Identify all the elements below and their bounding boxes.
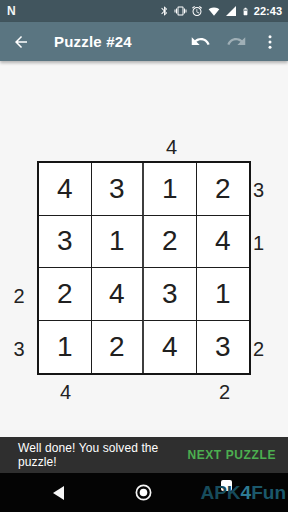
wifi-icon [207,6,221,17]
signal-icon [225,5,237,17]
grid-cell-r4c1[interactable]: 1 [39,321,92,374]
grid-cell-r2c4[interactable]: 4 [197,216,250,269]
clue-bottom-4: 2 [214,381,236,403]
clue-top-2 [108,136,130,158]
clue-left-1 [8,179,30,201]
grid-cell-r4c3[interactable]: 4 [144,321,197,374]
grid-cell-r3c3[interactable]: 3 [144,268,197,321]
puzzle-area: 4 2 3 3 1 2 4 2 4 3 1 2 3 1 2 4 2 4 3 1 [0,61,288,437]
status-bar: N 22:43 [0,0,288,22]
page-title: Puzzle #24 [54,33,132,50]
vibrate-icon [174,5,187,17]
clue-top-1 [55,136,77,158]
grid-cell-r4c2[interactable]: 2 [92,321,145,374]
snackbar: Well done! You solved the puzzle! NEXT P… [0,437,288,473]
clue-bottom-3 [161,381,183,403]
apk4fun-watermark: APK4Fun [200,482,286,504]
grid-cell-r4c4[interactable]: 3 [197,321,250,374]
clue-left-2 [8,232,30,254]
clue-top-3: 4 [161,136,183,158]
nav-back-icon[interactable] [53,486,64,500]
clue-bottom-1: 4 [55,381,77,403]
nav-recents-icon[interactable] [221,480,232,491]
navigation-bar: APK4Fun [0,473,288,512]
grid-cell-r3c1[interactable]: 2 [39,268,92,321]
next-puzzle-button[interactable]: NEXT PUZZLE [187,448,276,462]
grid-cell-r2c2[interactable]: 1 [92,216,145,269]
clue-bottom-2 [108,381,130,403]
grid-cell-r1c2[interactable]: 3 [92,163,145,216]
clue-top-4 [214,136,236,158]
clue-left-3: 2 [8,285,30,307]
clue-left-4: 3 [8,338,30,360]
grid-cell-r3c2[interactable]: 4 [92,268,145,321]
snackbar-message: Well done! You solved the puzzle! [18,441,187,469]
watermark-4: 4 [241,482,252,503]
skyscrapers-board: 4 3 1 2 3 1 2 4 2 4 3 1 1 2 4 3 [37,161,251,375]
watermark-fun: Fun [251,482,286,503]
status-time: 22:43 [254,5,282,17]
grid-cell-r2c1[interactable]: 3 [39,216,92,269]
bluetooth-icon [159,5,170,17]
battery-icon [241,5,250,18]
grid-cell-r2c3[interactable]: 2 [144,216,197,269]
grid-cell-r1c3[interactable]: 1 [144,163,197,216]
app-bar: Puzzle #24 [0,22,288,61]
back-arrow-icon[interactable] [12,33,30,51]
nfc-icon: N [7,4,15,18]
overflow-menu-icon[interactable] [261,33,279,51]
grid-cell-r1c4[interactable]: 2 [197,163,250,216]
redo-icon[interactable] [226,31,247,52]
phone-screen: N 22:43 Puzzle #24 4 [0,0,288,512]
alarm-icon [191,5,203,17]
grid-cell-r3c4[interactable]: 1 [197,268,250,321]
undo-icon[interactable] [190,31,211,52]
grid-cell-r1c1[interactable]: 4 [39,163,92,216]
nav-home-icon[interactable] [134,483,153,506]
status-icons [159,5,250,18]
